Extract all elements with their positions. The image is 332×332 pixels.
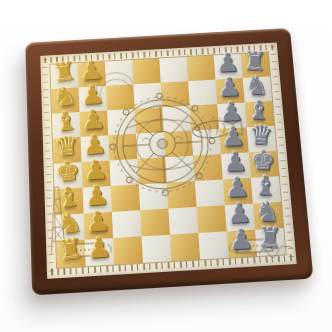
square-b3[interactable] xyxy=(106,84,135,110)
square-d6[interactable] xyxy=(191,129,221,156)
square-e5[interactable] xyxy=(165,156,195,183)
square-e4[interactable] xyxy=(137,157,166,184)
square-g6[interactable] xyxy=(197,205,227,233)
square-c6[interactable] xyxy=(190,104,219,130)
silver-rook-h8[interactable]: ♜ xyxy=(255,219,284,256)
square-a4[interactable] xyxy=(132,58,161,84)
square-h3[interactable] xyxy=(113,236,143,264)
square-g4[interactable] xyxy=(140,209,170,237)
square-f5[interactable] xyxy=(167,181,197,208)
square-d3[interactable] xyxy=(108,134,137,161)
engraved-border-mat: ♜♞♝♛♚♝♞♜♟♟♟♟♟♟♟♟♟♟♟♟♟♟♟♟♜♞♝♛♚♝♞♜ xyxy=(40,43,296,279)
square-a5[interactable] xyxy=(159,57,188,83)
square-h4[interactable] xyxy=(142,235,172,263)
square-g3[interactable] xyxy=(112,210,142,238)
wooden-frame: ♜♞♝♛♚♝♞♜♟♟♟♟♟♟♟♟♟♟♟♟♟♟♟♟♜♞♝♛♚♝♞♜ xyxy=(25,28,313,295)
square-b5[interactable] xyxy=(161,81,190,107)
chess-set: ♜♞♝♛♚♝♞♜♟♟♟♟♟♟♟♟♟♟♟♟♟♟♟♟♜♞♝♛♚♝♞♜ xyxy=(25,28,313,295)
square-a6[interactable] xyxy=(186,55,215,81)
photo-background: ♜♞♝♛♚♝♞♜♟♟♟♟♟♟♟♟♟♟♟♟♟♟♟♟♜♞♝♛♚♝♞♜ xyxy=(0,0,332,332)
square-f6[interactable] xyxy=(195,179,225,206)
square-d5[interactable] xyxy=(164,131,193,158)
square-f3[interactable] xyxy=(111,184,140,211)
square-c3[interactable] xyxy=(107,109,136,135)
square-a3[interactable] xyxy=(105,60,134,86)
square-d4[interactable] xyxy=(136,132,165,159)
square-b6[interactable] xyxy=(188,80,217,106)
silver-pawn-h7[interactable]: ♟ xyxy=(227,221,257,257)
square-f4[interactable] xyxy=(139,183,169,210)
square-e6[interactable] xyxy=(193,154,223,181)
square-h5[interactable] xyxy=(170,233,200,261)
square-h6[interactable] xyxy=(198,231,228,259)
square-c5[interactable] xyxy=(162,106,191,132)
square-b4[interactable] xyxy=(133,83,162,109)
square-e3[interactable] xyxy=(109,159,138,186)
gold-pawn-h2[interactable]: ♟ xyxy=(84,229,115,267)
square-c4[interactable] xyxy=(135,107,164,133)
square-g5[interactable] xyxy=(168,207,198,235)
gold-rook-h1[interactable]: ♜ xyxy=(54,229,87,269)
